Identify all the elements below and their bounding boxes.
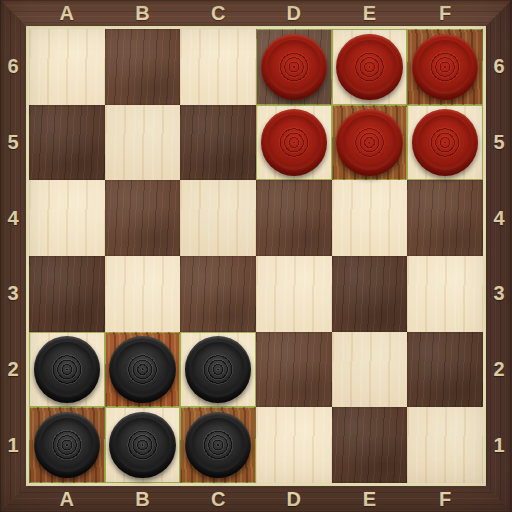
- rank-label-6: 6: [486, 29, 512, 105]
- square-A1[interactable]: [29, 407, 105, 483]
- square-F5[interactable]: [407, 105, 483, 181]
- file-label-E: E: [332, 486, 408, 512]
- rank-label-2: 2: [486, 332, 512, 408]
- square-D6[interactable]: [256, 29, 332, 105]
- black-piece-A1[interactable]: [34, 412, 101, 479]
- black-piece-B2[interactable]: [109, 336, 176, 403]
- square-C6[interactable]: [180, 29, 256, 105]
- square-A4[interactable]: [29, 180, 105, 256]
- square-B6[interactable]: [105, 29, 181, 105]
- square-E5[interactable]: [332, 105, 408, 181]
- rank-label-5: 5: [0, 105, 26, 181]
- file-labels-bottom: ABCDEF: [29, 486, 483, 512]
- rank-label-3: 3: [0, 256, 26, 332]
- square-D5[interactable]: [256, 105, 332, 181]
- square-C3[interactable]: [180, 256, 256, 332]
- file-label-A: A: [29, 486, 105, 512]
- red-piece-F5[interactable]: [412, 109, 479, 176]
- square-D4[interactable]: [256, 180, 332, 256]
- black-piece-A2[interactable]: [34, 336, 101, 403]
- rank-label-4: 4: [486, 180, 512, 256]
- square-B5[interactable]: [105, 105, 181, 181]
- square-F1[interactable]: [407, 407, 483, 483]
- rank-label-6: 6: [0, 29, 26, 105]
- square-B1[interactable]: [105, 407, 181, 483]
- black-piece-B1[interactable]: [109, 412, 176, 479]
- red-piece-D5[interactable]: [261, 109, 328, 176]
- file-label-D: D: [256, 486, 332, 512]
- rank-label-1: 1: [0, 407, 26, 483]
- board[interactable]: [26, 26, 486, 486]
- rank-label-4: 4: [0, 180, 26, 256]
- square-C5[interactable]: [180, 105, 256, 181]
- red-piece-D6[interactable]: [261, 34, 328, 101]
- file-label-D: D: [256, 0, 332, 26]
- file-label-F: F: [407, 0, 483, 26]
- square-E6[interactable]: [332, 29, 408, 105]
- square-A3[interactable]: [29, 256, 105, 332]
- square-D1[interactable]: [256, 407, 332, 483]
- square-F3[interactable]: [407, 256, 483, 332]
- black-piece-C1[interactable]: [185, 412, 252, 479]
- square-D3[interactable]: [256, 256, 332, 332]
- black-piece-C2[interactable]: [185, 336, 252, 403]
- square-E4[interactable]: [332, 180, 408, 256]
- square-C2[interactable]: [180, 332, 256, 408]
- file-label-A: A: [29, 0, 105, 26]
- square-B4[interactable]: [105, 180, 181, 256]
- rank-labels-left: 654321: [0, 29, 26, 483]
- square-D2[interactable]: [256, 332, 332, 408]
- square-F4[interactable]: [407, 180, 483, 256]
- red-piece-E6[interactable]: [336, 34, 403, 101]
- rank-label-5: 5: [486, 105, 512, 181]
- file-labels-top: ABCDEF: [29, 0, 483, 26]
- square-E3[interactable]: [332, 256, 408, 332]
- rank-labels-right: 654321: [486, 29, 512, 483]
- square-E1[interactable]: [332, 407, 408, 483]
- rank-label-1: 1: [486, 407, 512, 483]
- square-C1[interactable]: [180, 407, 256, 483]
- rank-label-3: 3: [486, 256, 512, 332]
- file-label-B: B: [105, 0, 181, 26]
- square-C4[interactable]: [180, 180, 256, 256]
- red-piece-E5[interactable]: [336, 109, 403, 176]
- rank-label-2: 2: [0, 332, 26, 408]
- square-F6[interactable]: [407, 29, 483, 105]
- square-A6[interactable]: [29, 29, 105, 105]
- square-E2[interactable]: [332, 332, 408, 408]
- red-piece-F6[interactable]: [412, 34, 479, 101]
- file-label-C: C: [180, 0, 256, 26]
- file-label-E: E: [332, 0, 408, 26]
- checkers-board-screenshot: ABCDEF ABCDEF 654321 654321: [0, 0, 512, 512]
- square-A5[interactable]: [29, 105, 105, 181]
- square-B3[interactable]: [105, 256, 181, 332]
- square-F2[interactable]: [407, 332, 483, 408]
- file-label-B: B: [105, 486, 181, 512]
- square-B2[interactable]: [105, 332, 181, 408]
- file-label-F: F: [407, 486, 483, 512]
- file-label-C: C: [180, 486, 256, 512]
- square-A2[interactable]: [29, 332, 105, 408]
